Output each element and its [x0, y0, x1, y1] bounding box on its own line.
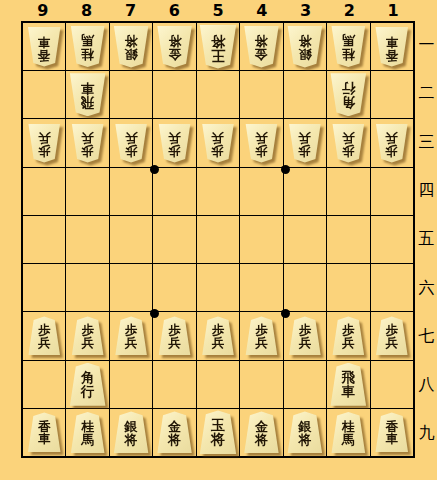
piece-gold-sente[interactable]: 金将 — [243, 411, 279, 453]
piece-pawn-sente[interactable]: 歩兵 — [71, 316, 104, 355]
square-1六[interactable] — [371, 264, 413, 311]
piece-kanji-text: 歩兵 — [28, 316, 61, 355]
piece-kanji-text: 玉将 — [199, 410, 237, 454]
star-point — [150, 165, 159, 174]
square-1五[interactable] — [371, 216, 413, 263]
rank-label-八: 八 — [416, 361, 437, 410]
piece-kanji-char: 将 — [298, 433, 311, 446]
rank-label-一: 一 — [416, 21, 437, 70]
piece-silver-sente[interactable]: 銀将 — [113, 411, 149, 453]
file-labels: 987654321 — [21, 0, 415, 20]
piece-kanji-text: 金将 — [157, 26, 193, 68]
piece-kanji-char: 将 — [298, 34, 311, 47]
piece-kanji-char: 兵 — [342, 337, 355, 350]
file-label-4: 4 — [240, 0, 284, 20]
piece-kanji-text: 角行 — [330, 73, 367, 116]
piece-rook-gote[interactable]: 飛車 — [69, 73, 106, 116]
piece-kanji-char: 兵 — [342, 131, 355, 144]
square-2三[interactable]: 歩兵 — [327, 119, 369, 166]
piece-kanji-char: 馬 — [81, 433, 94, 446]
piece-kanji-char: 桂 — [81, 48, 94, 61]
piece-kanji-char: 兵 — [299, 337, 312, 350]
piece-kanji-char: 金 — [255, 420, 268, 433]
piece-pawn-gote[interactable]: 歩兵 — [201, 124, 234, 163]
piece-kanji-text: 桂馬 — [331, 26, 366, 67]
piece-pawn-sente[interactable]: 歩兵 — [201, 316, 234, 355]
piece-king-gote[interactable]: 王将 — [199, 25, 237, 69]
piece-kanji-text: 香車 — [375, 27, 409, 67]
star-point — [281, 309, 290, 318]
square-6二[interactable] — [153, 71, 195, 118]
piece-kanji-char: 将 — [255, 34, 268, 47]
piece-kanji-char: 玉 — [211, 419, 225, 433]
square-6三[interactable]: 歩兵 — [153, 119, 195, 166]
square-1二[interactable] — [371, 71, 413, 118]
piece-knight-sente[interactable]: 桂馬 — [70, 412, 105, 453]
piece-kanji-text: 王将 — [199, 25, 237, 69]
piece-pawn-sente[interactable]: 歩兵 — [288, 316, 321, 355]
square-3二[interactable] — [284, 71, 326, 118]
piece-kanji-char: 車 — [342, 385, 356, 399]
square-2八[interactable]: 飛車 — [327, 361, 369, 408]
piece-kanji-char: 将 — [168, 433, 181, 446]
piece-silver-gote[interactable]: 銀将 — [287, 26, 323, 68]
square-6九[interactable]: 金将 — [153, 409, 195, 456]
piece-kanji-text: 歩兵 — [158, 124, 191, 163]
square-3三[interactable]: 歩兵 — [284, 119, 326, 166]
square-5七[interactable]: 歩兵 — [197, 312, 239, 359]
piece-kanji-char: 桂 — [342, 48, 355, 61]
square-7九[interactable]: 銀将 — [110, 409, 152, 456]
piece-kanji-char: 銀 — [125, 420, 138, 433]
file-label-6: 6 — [152, 0, 196, 20]
piece-kanji-char: 角 — [81, 371, 95, 385]
square-4八[interactable] — [240, 361, 282, 408]
piece-knight-gote[interactable]: 桂馬 — [331, 26, 366, 67]
square-5八[interactable] — [197, 361, 239, 408]
square-3九[interactable]: 銀将 — [284, 409, 326, 456]
piece-kanji-char: 将 — [125, 34, 138, 47]
piece-kanji-text: 香車 — [27, 27, 61, 67]
piece-lance-sente[interactable]: 香車 — [375, 412, 409, 452]
piece-kanji-char: 将 — [255, 433, 268, 446]
piece-kanji-char: 将 — [211, 433, 225, 447]
piece-kanji-char: 兵 — [255, 131, 268, 144]
piece-kanji-char: 馬 — [81, 34, 94, 47]
square-5一[interactable]: 王将 — [197, 23, 239, 70]
piece-lance-sente[interactable]: 香車 — [27, 412, 61, 452]
square-7一[interactable]: 銀将 — [110, 23, 152, 70]
square-8一[interactable]: 桂馬 — [66, 23, 108, 70]
piece-kanji-char: 銀 — [298, 420, 311, 433]
piece-kanji-char: 兵 — [125, 131, 138, 144]
square-7五[interactable] — [110, 216, 152, 263]
piece-kanji-text: 桂馬 — [70, 26, 105, 67]
piece-lance-gote[interactable]: 香車 — [27, 27, 61, 67]
piece-kanji-char: 馬 — [342, 433, 355, 446]
piece-kanji-char: 香 — [38, 48, 51, 61]
piece-kanji-text: 歩兵 — [71, 316, 104, 355]
square-4二[interactable] — [240, 71, 282, 118]
piece-kanji-char: 桂 — [342, 420, 355, 433]
piece-kanji-char: 将 — [168, 34, 181, 47]
piece-kanji-char: 金 — [168, 420, 181, 433]
piece-kanji-char: 銀 — [298, 48, 311, 61]
piece-kanji-char: 兵 — [81, 337, 94, 350]
piece-kanji-char: 王 — [211, 48, 225, 62]
square-3四[interactable] — [284, 168, 326, 215]
piece-pawn-gote[interactable]: 歩兵 — [288, 124, 321, 163]
square-9三[interactable]: 歩兵 — [23, 119, 65, 166]
piece-kanji-text: 銀将 — [287, 26, 323, 68]
square-9四[interactable] — [23, 168, 65, 215]
square-2五[interactable] — [327, 216, 369, 263]
square-9九[interactable]: 香車 — [23, 409, 65, 456]
square-5三[interactable]: 歩兵 — [197, 119, 239, 166]
square-4一[interactable]: 金将 — [240, 23, 282, 70]
piece-kanji-text: 桂馬 — [331, 412, 366, 453]
square-4四[interactable] — [240, 168, 282, 215]
square-9五[interactable] — [23, 216, 65, 263]
piece-kanji-char: 兵 — [168, 131, 181, 144]
piece-kanji-char: 将 — [211, 33, 225, 47]
piece-kanji-text: 歩兵 — [332, 124, 365, 163]
square-2六[interactable] — [327, 264, 369, 311]
piece-gold-gote[interactable]: 金将 — [243, 26, 279, 68]
square-2一[interactable]: 桂馬 — [327, 23, 369, 70]
rank-label-三: 三 — [416, 118, 437, 167]
piece-kanji-char: 車 — [38, 35, 51, 48]
piece-kanji-char: 歩 — [212, 144, 225, 157]
square-3一[interactable]: 銀将 — [284, 23, 326, 70]
piece-kanji-text: 歩兵 — [201, 124, 234, 163]
square-8五[interactable] — [66, 216, 108, 263]
square-6一[interactable]: 金将 — [153, 23, 195, 70]
square-6八[interactable] — [153, 361, 195, 408]
piece-kanji-char: 歩 — [299, 144, 312, 157]
piece-pawn-gote[interactable]: 歩兵 — [115, 124, 148, 163]
square-9八[interactable] — [23, 361, 65, 408]
piece-kanji-char: 兵 — [386, 337, 399, 350]
piece-kanji-text: 角行 — [69, 363, 106, 406]
rank-label-四: 四 — [416, 167, 437, 216]
piece-bishop-gote[interactable]: 角行 — [330, 73, 367, 116]
rank-label-五: 五 — [416, 215, 437, 264]
piece-kanji-char: 行 — [342, 82, 356, 96]
rank-label-七: 七 — [416, 312, 437, 361]
piece-kanji-text: 金将 — [157, 411, 193, 453]
rank-label-六: 六 — [416, 264, 437, 313]
square-8九[interactable]: 桂馬 — [66, 409, 108, 456]
piece-kanji-char: 角 — [342, 96, 356, 110]
piece-silver-gote[interactable]: 銀将 — [113, 26, 149, 68]
rank-label-二: 二 — [416, 70, 437, 119]
piece-bishop-sente[interactable]: 角行 — [69, 363, 106, 406]
star-point — [281, 165, 290, 174]
piece-kanji-char: 車 — [81, 82, 95, 96]
piece-kanji-char: 行 — [81, 385, 95, 399]
piece-kanji-text: 歩兵 — [71, 124, 104, 163]
piece-pawn-gote[interactable]: 歩兵 — [71, 124, 104, 163]
piece-kanji-text: 歩兵 — [288, 124, 321, 163]
piece-kanji-char: 馬 — [342, 34, 355, 47]
square-1九[interactable]: 香車 — [371, 409, 413, 456]
piece-knight-gote[interactable]: 桂馬 — [70, 26, 105, 67]
file-label-1: 1 — [371, 0, 415, 20]
piece-pawn-sente[interactable]: 歩兵 — [158, 316, 191, 355]
shogi-board: 香車桂馬銀将金将王将金将銀将桂馬香車飛車角行歩兵歩兵歩兵歩兵歩兵歩兵歩兵歩兵歩兵… — [21, 21, 415, 458]
piece-kanji-text: 歩兵 — [28, 124, 61, 163]
piece-pawn-gote[interactable]: 歩兵 — [158, 124, 191, 163]
square-2四[interactable] — [327, 168, 369, 215]
piece-silver-sente[interactable]: 銀将 — [287, 411, 323, 453]
piece-kanji-text: 歩兵 — [158, 316, 191, 355]
piece-kanji-char: 香 — [386, 48, 399, 61]
piece-kanji-text: 銀将 — [287, 411, 323, 453]
piece-kanji-char: 歩 — [125, 144, 138, 157]
square-4三[interactable]: 歩兵 — [240, 119, 282, 166]
square-7七[interactable]: 歩兵 — [110, 312, 152, 359]
piece-king-sente[interactable]: 玉将 — [199, 410, 237, 454]
piece-kanji-char: 金 — [255, 48, 268, 61]
piece-kanji-text: 歩兵 — [375, 124, 408, 163]
square-7六[interactable] — [110, 264, 152, 311]
piece-kanji-char: 兵 — [38, 131, 51, 144]
square-3八[interactable] — [284, 361, 326, 408]
square-1七[interactable]: 歩兵 — [371, 312, 413, 359]
piece-kanji-char: 兵 — [299, 131, 312, 144]
piece-kanji-char: 兵 — [212, 337, 225, 350]
piece-pawn-gote[interactable]: 歩兵 — [245, 124, 278, 163]
piece-kanji-char: 桂 — [81, 420, 94, 433]
square-7八[interactable] — [110, 361, 152, 408]
piece-lance-gote[interactable]: 香車 — [375, 27, 409, 67]
square-8二[interactable]: 飛車 — [66, 71, 108, 118]
piece-pawn-gote[interactable]: 歩兵 — [332, 124, 365, 163]
piece-pawn-sente[interactable]: 歩兵 — [375, 316, 408, 355]
piece-kanji-char: 飛 — [342, 371, 356, 385]
square-8四[interactable] — [66, 168, 108, 215]
piece-kanji-char: 兵 — [168, 337, 181, 350]
square-5四[interactable] — [197, 168, 239, 215]
piece-knight-sente[interactable]: 桂馬 — [331, 412, 366, 453]
square-7四[interactable] — [110, 168, 152, 215]
square-1一[interactable]: 香車 — [371, 23, 413, 70]
piece-kanji-text: 香車 — [27, 412, 61, 452]
file-label-8: 8 — [65, 0, 109, 20]
piece-kanji-char: 金 — [168, 48, 181, 61]
piece-kanji-char: 車 — [386, 35, 399, 48]
piece-pawn-sente[interactable]: 歩兵 — [332, 316, 365, 355]
piece-kanji-char: 銀 — [125, 48, 138, 61]
square-9六[interactable] — [23, 264, 65, 311]
square-3五[interactable] — [284, 216, 326, 263]
piece-kanji-char: 将 — [125, 433, 138, 446]
piece-gold-gote[interactable]: 金将 — [157, 26, 193, 68]
piece-kanji-text: 金将 — [243, 411, 279, 453]
piece-kanji-text: 歩兵 — [332, 316, 365, 355]
piece-kanji-text: 歩兵 — [115, 316, 148, 355]
piece-kanji-text: 歩兵 — [375, 316, 408, 355]
file-label-3: 3 — [284, 0, 328, 20]
square-5二[interactable] — [197, 71, 239, 118]
square-4六[interactable] — [240, 264, 282, 311]
square-2七[interactable]: 歩兵 — [327, 312, 369, 359]
square-1三[interactable]: 歩兵 — [371, 119, 413, 166]
file-label-7: 7 — [109, 0, 153, 20]
piece-kanji-char: 歩 — [342, 144, 355, 157]
piece-kanji-char: 歩 — [81, 144, 94, 157]
piece-pawn-sente[interactable]: 歩兵 — [245, 316, 278, 355]
square-8八[interactable]: 角行 — [66, 361, 108, 408]
piece-kanji-text: 歩兵 — [288, 316, 321, 355]
piece-kanji-char: 兵 — [38, 337, 51, 350]
square-2二[interactable]: 角行 — [327, 71, 369, 118]
piece-kanji-char: 兵 — [125, 337, 138, 350]
square-6四[interactable] — [153, 168, 195, 215]
square-6五[interactable] — [153, 216, 195, 263]
piece-pawn-sente[interactable]: 歩兵 — [115, 316, 148, 355]
square-5九[interactable]: 玉将 — [197, 409, 239, 456]
piece-kanji-text: 歩兵 — [245, 316, 278, 355]
piece-gold-sente[interactable]: 金将 — [157, 411, 193, 453]
square-7二[interactable] — [110, 71, 152, 118]
square-9二[interactable] — [23, 71, 65, 118]
square-4七[interactable]: 歩兵 — [240, 312, 282, 359]
square-4五[interactable] — [240, 216, 282, 263]
piece-kanji-char: 兵 — [386, 131, 399, 144]
square-4九[interactable]: 金将 — [240, 409, 282, 456]
square-7三[interactable]: 歩兵 — [110, 119, 152, 166]
piece-kanji-char: 兵 — [212, 131, 225, 144]
piece-kanji-text: 歩兵 — [245, 124, 278, 163]
piece-kanji-char: 歩 — [255, 144, 268, 157]
square-3六[interactable] — [284, 264, 326, 311]
piece-pawn-gote[interactable]: 歩兵 — [375, 124, 408, 163]
square-1四[interactable] — [371, 168, 413, 215]
square-6七[interactable]: 歩兵 — [153, 312, 195, 359]
piece-kanji-char: 兵 — [255, 337, 268, 350]
piece-kanji-text: 桂馬 — [70, 412, 105, 453]
piece-kanji-text: 銀将 — [113, 411, 149, 453]
square-9七[interactable]: 歩兵 — [23, 312, 65, 359]
piece-kanji-char: 歩 — [386, 144, 399, 157]
piece-kanji-text: 金将 — [243, 26, 279, 68]
piece-pawn-gote[interactable]: 歩兵 — [28, 124, 61, 163]
piece-pawn-sente[interactable]: 歩兵 — [28, 316, 61, 355]
file-label-5: 5 — [196, 0, 240, 20]
piece-kanji-text: 飛車 — [330, 363, 367, 406]
shogi-board-screen: 987654321 一二三四五六七八九 香車桂馬銀将金将王将金将銀将桂馬香車飛車… — [0, 0, 437, 480]
file-label-2: 2 — [327, 0, 371, 20]
square-5五[interactable] — [197, 216, 239, 263]
square-9一[interactable]: 香車 — [23, 23, 65, 70]
piece-kanji-char: 兵 — [81, 131, 94, 144]
square-2九[interactable]: 桂馬 — [327, 409, 369, 456]
square-8七[interactable]: 歩兵 — [66, 312, 108, 359]
square-5六[interactable] — [197, 264, 239, 311]
rank-label-九: 九 — [416, 410, 437, 459]
piece-kanji-text: 香車 — [375, 412, 409, 452]
piece-kanji-char: 車 — [386, 433, 399, 446]
square-8三[interactable]: 歩兵 — [66, 119, 108, 166]
piece-kanji-char: 歩 — [168, 144, 181, 157]
file-label-9: 9 — [21, 0, 65, 20]
piece-kanji-text: 銀将 — [113, 26, 149, 68]
piece-kanji-text: 歩兵 — [115, 124, 148, 163]
piece-rook-sente[interactable]: 飛車 — [330, 363, 367, 406]
rank-labels: 一二三四五六七八九 — [416, 21, 437, 458]
square-3七[interactable]: 歩兵 — [284, 312, 326, 359]
square-1八[interactable] — [371, 361, 413, 408]
piece-kanji-text: 飛車 — [69, 73, 106, 116]
piece-kanji-char: 飛 — [81, 96, 95, 110]
piece-kanji-char: 歩 — [38, 144, 51, 157]
square-6六[interactable] — [153, 264, 195, 311]
square-8六[interactable] — [66, 264, 108, 311]
piece-kanji-text: 歩兵 — [201, 316, 234, 355]
piece-kanji-char: 車 — [38, 433, 51, 446]
